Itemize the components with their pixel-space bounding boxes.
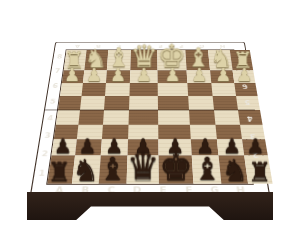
file-label-top-f: F bbox=[171, 42, 192, 50]
square-b7[interactable]: ♟ bbox=[82, 70, 106, 83]
dark-bishop-f1[interactable]: ♝ bbox=[193, 154, 221, 185]
square-g6[interactable] bbox=[211, 83, 236, 96]
square-c5[interactable] bbox=[104, 96, 130, 110]
square-e1[interactable]: ♚ bbox=[159, 155, 193, 183]
square-d1[interactable]: ♛ bbox=[126, 155, 159, 183]
dark-bishop-c1[interactable]: ♝ bbox=[98, 154, 126, 185]
square-d6[interactable] bbox=[129, 83, 158, 96]
chess-board-frame: ♜♞♝♛♚♝♞♜♟♟♟♟♟♟♟♟♟♟♟♟♟♟♟♟♜♞♝♛♚♝♞♜ ABCDEFG… bbox=[31, 42, 269, 195]
square-f1[interactable]: ♝ bbox=[192, 155, 222, 183]
dark-rook-h1[interactable]: ♜ bbox=[248, 158, 272, 185]
square-f7[interactable]: ♟ bbox=[187, 70, 212, 83]
rank-label-right-7: 7 bbox=[235, 64, 249, 79]
light-pawn-f7[interactable]: ♟ bbox=[191, 66, 207, 84]
square-f4[interactable] bbox=[189, 110, 216, 124]
square-c1[interactable]: ♝ bbox=[98, 155, 127, 183]
dark-pawn-a2[interactable]: ♟ bbox=[54, 136, 72, 156]
dark-king-e1[interactable]: ♚ bbox=[159, 147, 193, 185]
square-c4[interactable] bbox=[103, 110, 129, 124]
light-pawn-b7[interactable]: ♟ bbox=[86, 66, 102, 84]
square-h1[interactable]: ♜ bbox=[244, 155, 272, 183]
square-d5[interactable] bbox=[129, 96, 159, 110]
board-squares: ♜♞♝♛♚♝♞♜♟♟♟♟♟♟♟♟♟♟♟♟♟♟♟♟♜♞♝♛♚♝♞♜ bbox=[47, 50, 252, 184]
dark-pawn-h2[interactable]: ♟ bbox=[247, 136, 265, 156]
square-g5[interactable] bbox=[213, 96, 239, 110]
square-a5[interactable] bbox=[58, 96, 81, 110]
rank-label-4: 4 bbox=[42, 110, 58, 127]
square-d4[interactable] bbox=[128, 110, 158, 124]
square-a7[interactable]: ♟ bbox=[62, 70, 84, 83]
rank-label-right-8: 8 bbox=[233, 50, 247, 64]
square-g7[interactable]: ♟ bbox=[210, 70, 234, 83]
square-e6[interactable] bbox=[158, 83, 188, 96]
light-pawn-d7[interactable]: ♟ bbox=[136, 66, 152, 84]
square-a4[interactable] bbox=[56, 110, 80, 124]
square-a1[interactable]: ♜ bbox=[47, 155, 74, 183]
dark-knight-g1[interactable]: ♞ bbox=[221, 155, 248, 185]
square-b1[interactable]: ♞ bbox=[71, 155, 100, 183]
square-d7[interactable]: ♟ bbox=[130, 70, 158, 83]
light-pawn-c7[interactable]: ♟ bbox=[110, 66, 126, 84]
square-a6[interactable] bbox=[60, 83, 83, 96]
dark-queen-d1[interactable]: ♛ bbox=[126, 148, 159, 185]
light-pawn-e7[interactable]: ♟ bbox=[165, 66, 181, 84]
rank-label-right-6: 6 bbox=[237, 79, 252, 94]
square-e4[interactable] bbox=[158, 110, 189, 124]
light-pawn-a7[interactable]: ♟ bbox=[64, 66, 80, 84]
chess-set-photo: ♜♞♝♛♚♝♞♜♟♟♟♟♟♟♟♟♟♟♟♟♟♟♟♟♜♞♝♛♚♝♞♜ ABCDEFG… bbox=[0, 0, 300, 251]
dark-rook-a1[interactable]: ♜ bbox=[48, 158, 72, 185]
square-c6[interactable] bbox=[105, 83, 130, 96]
file-label-top-a: A bbox=[67, 42, 89, 50]
dark-knight-b1[interactable]: ♞ bbox=[72, 155, 99, 185]
square-b4[interactable] bbox=[78, 110, 104, 124]
file-label-top-h: H bbox=[212, 42, 234, 50]
square-f6[interactable] bbox=[187, 83, 212, 96]
square-b5[interactable] bbox=[80, 96, 105, 110]
rank-label-7: 7 bbox=[50, 64, 64, 79]
square-f5[interactable] bbox=[188, 96, 214, 110]
square-e7[interactable]: ♟ bbox=[158, 70, 187, 83]
square-g4[interactable] bbox=[214, 110, 240, 124]
file-label-top-e: E bbox=[150, 42, 171, 50]
light-pawn-g7[interactable]: ♟ bbox=[215, 66, 231, 84]
file-label-top-d: D bbox=[129, 42, 150, 50]
square-c7[interactable]: ♟ bbox=[106, 70, 130, 83]
square-b6[interactable] bbox=[81, 83, 106, 96]
file-label-top-g: G bbox=[191, 42, 212, 50]
file-label-top-b: B bbox=[87, 42, 108, 50]
square-g1[interactable]: ♞ bbox=[219, 155, 249, 183]
rank-label-right-5: 5 bbox=[240, 94, 255, 110]
file-labels-top: ABCDEFGH bbox=[67, 42, 234, 50]
file-label-top-c: C bbox=[108, 42, 129, 50]
square-e5[interactable] bbox=[158, 96, 189, 110]
